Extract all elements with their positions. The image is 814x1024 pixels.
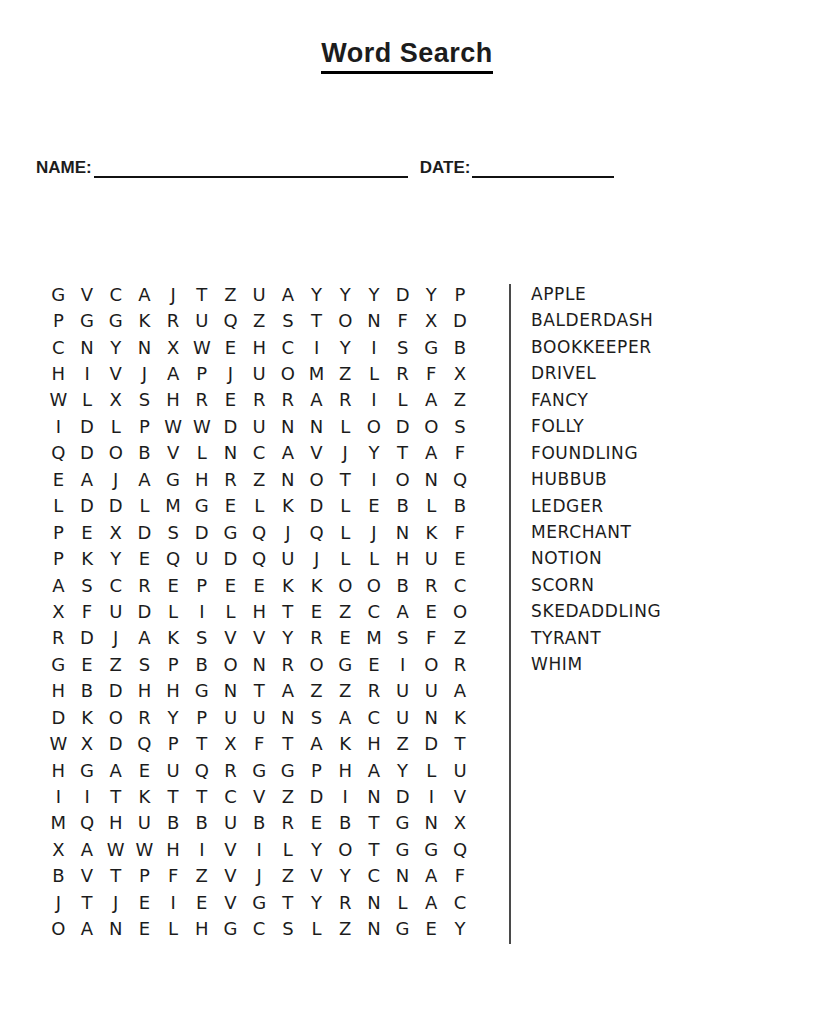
grid-cell: S (73, 572, 102, 598)
grid-cell: D (187, 519, 216, 545)
grid-cell: J (101, 466, 130, 492)
grid-cell: R (274, 387, 303, 413)
grid-cell: E (130, 889, 159, 915)
word-list-item: SKEDADDLING (531, 598, 661, 624)
grid-cell: E (216, 572, 245, 598)
grid-cell: X (101, 387, 130, 413)
grid-cell: Q (44, 440, 73, 466)
grid-cell: N (216, 440, 245, 466)
grid-cell: P (446, 281, 475, 307)
grid-cell: G (388, 810, 417, 836)
grid-cell: E (130, 545, 159, 571)
grid-cell: Z (245, 307, 274, 333)
grid-cell: O (360, 572, 389, 598)
grid-cell: R (130, 572, 159, 598)
grid-cell: V (159, 440, 188, 466)
grid-cell: C (101, 281, 130, 307)
grid-cell: C (216, 783, 245, 809)
grid-cell: T (245, 678, 274, 704)
grid-cell: G (216, 519, 245, 545)
grid-cell: L (187, 440, 216, 466)
grid-cell: Y (101, 334, 130, 360)
date-label: DATE: (420, 158, 471, 177)
grid-cell: V (101, 360, 130, 386)
grid-cell: A (73, 836, 102, 862)
grid-cell: L (159, 916, 188, 942)
grid-cell: N (245, 651, 274, 677)
grid-cell: P (187, 360, 216, 386)
grid-cell: S (159, 519, 188, 545)
grid-cell: E (159, 572, 188, 598)
grid-cell: K (417, 519, 446, 545)
grid-cell: E (446, 545, 475, 571)
grid-cell: L (331, 545, 360, 571)
grid-cell: A (331, 704, 360, 730)
grid-cell: O (417, 413, 446, 439)
grid-cell: Q (159, 545, 188, 571)
grid-cell: V (245, 625, 274, 651)
grid-cell: O (101, 440, 130, 466)
grid-cell: H (159, 678, 188, 704)
grid-cell: E (302, 810, 331, 836)
grid-cell: E (245, 572, 274, 598)
grid-cell: E (302, 598, 331, 624)
grid-cell: K (274, 493, 303, 519)
grid-cell: T (187, 281, 216, 307)
grid-cell: G (274, 757, 303, 783)
grid-cell: F (159, 863, 188, 889)
grid-cell: D (101, 730, 130, 756)
grid-cell: B (388, 493, 417, 519)
grid-cell: O (388, 466, 417, 492)
grid-cell: G (331, 651, 360, 677)
grid-cell: T (446, 730, 475, 756)
grid-cell: L (331, 413, 360, 439)
grid-cell: Z (274, 863, 303, 889)
grid-cell: H (245, 598, 274, 624)
grid-cell: Q (187, 757, 216, 783)
grid-cell: T (360, 836, 389, 862)
grid-cell: Z (331, 360, 360, 386)
grid-cell: U (388, 704, 417, 730)
grid-cell: C (446, 889, 475, 915)
grid-cell: U (388, 678, 417, 704)
grid-cell: D (44, 704, 73, 730)
grid-cell: J (159, 281, 188, 307)
grid-cell: G (245, 889, 274, 915)
grid-cell: G (73, 757, 102, 783)
grid-cell: U (245, 704, 274, 730)
grid-cell: P (44, 545, 73, 571)
grid-cell: J (274, 519, 303, 545)
grid-cell: Y (302, 836, 331, 862)
grid-cell: R (331, 387, 360, 413)
grid-cell: Z (101, 651, 130, 677)
grid-cell: C (245, 916, 274, 942)
header: Word Search (0, 38, 814, 74)
grid-cell: L (388, 387, 417, 413)
grid-cell: D (446, 307, 475, 333)
word-list-item: MERCHANT (531, 519, 661, 545)
grid-cell: A (302, 730, 331, 756)
grid-cell: X (44, 836, 73, 862)
grid-cell: R (44, 625, 73, 651)
grid-cell: U (216, 810, 245, 836)
grid-cell: E (44, 466, 73, 492)
grid-cell: G (101, 307, 130, 333)
grid-cell: F (245, 730, 274, 756)
grid-cell: R (274, 810, 303, 836)
grid-cell: U (245, 413, 274, 439)
grid-cell: C (360, 704, 389, 730)
name-blank-line (94, 159, 408, 178)
grid-cell: J (44, 889, 73, 915)
grid-cell: O (331, 572, 360, 598)
grid-cell: O (302, 466, 331, 492)
grid-cell: Z (446, 625, 475, 651)
grid-cell: L (331, 493, 360, 519)
grid-cell: D (388, 783, 417, 809)
grid-cell: U (159, 757, 188, 783)
grid-cell: A (101, 757, 130, 783)
grid-cell: G (417, 836, 446, 862)
grid-cell: Z (331, 916, 360, 942)
grid-cell: B (245, 810, 274, 836)
grid-cell: Y (101, 545, 130, 571)
word-list-item: DRIVEL (531, 360, 661, 386)
grid-cell: V (216, 836, 245, 862)
grid-cell: P (130, 863, 159, 889)
grid-cell: L (388, 889, 417, 915)
grid-cell: N (360, 889, 389, 915)
grid-cell: D (388, 413, 417, 439)
grid-cell: C (274, 334, 303, 360)
page-title: Word Search (321, 38, 493, 74)
grid-cell: Y (302, 281, 331, 307)
grid-cell: E (130, 757, 159, 783)
grid-cell: I (159, 889, 188, 915)
grid-cell: D (216, 545, 245, 571)
grid-cell: E (216, 387, 245, 413)
grid-cell: X (417, 307, 446, 333)
grid-cell: N (360, 916, 389, 942)
grid-cell: G (187, 493, 216, 519)
grid-cell: N (130, 334, 159, 360)
grid-cell: P (44, 519, 73, 545)
grid-cell: Z (331, 678, 360, 704)
grid-cell: K (130, 783, 159, 809)
grid-cell: D (101, 678, 130, 704)
grid-cell: T (274, 598, 303, 624)
grid-cell: S (130, 651, 159, 677)
grid-cell: I (245, 836, 274, 862)
grid-cell: Q (216, 307, 245, 333)
grid-cell: A (417, 387, 446, 413)
grid-cell: H (44, 678, 73, 704)
grid-cell: L (73, 387, 102, 413)
grid-cell: I (417, 783, 446, 809)
grid-cell: H (101, 810, 130, 836)
word-list-item: LEDGER (531, 493, 661, 519)
grid-cell: Q (446, 466, 475, 492)
grid-cell: O (417, 651, 446, 677)
grid-cell: B (388, 572, 417, 598)
grid-cell: Y (331, 334, 360, 360)
grid-cell: A (130, 466, 159, 492)
grid-cell: E (417, 916, 446, 942)
grid-cell: D (73, 625, 102, 651)
word-list-item: BALDERDASH (531, 307, 661, 333)
grid-cell: F (388, 307, 417, 333)
grid-cell: Y (159, 704, 188, 730)
word-list-item: APPLE (531, 281, 661, 307)
grid-cell: Z (446, 387, 475, 413)
grid-cell: I (187, 598, 216, 624)
grid-cell: U (245, 360, 274, 386)
grid-cell: R (187, 387, 216, 413)
grid-cell: V (302, 440, 331, 466)
grid-cell: X (446, 360, 475, 386)
grid-cell: V (73, 281, 102, 307)
word-list: APPLEBALDERDASHBOOKKEEPERDRIVELFANCYFOLL… (531, 281, 661, 678)
grid-cell: H (44, 757, 73, 783)
grid-cell: V (73, 863, 102, 889)
grid-cell: P (130, 413, 159, 439)
grid-cell: O (44, 916, 73, 942)
grid-cell: T (274, 730, 303, 756)
grid-cell: A (44, 572, 73, 598)
grid-cell: H (360, 730, 389, 756)
grid-cell: O (302, 651, 331, 677)
grid-cell: I (331, 783, 360, 809)
grid-cell: O (274, 360, 303, 386)
grid-cell: E (216, 334, 245, 360)
divider-line (509, 284, 511, 944)
grid-cell: Y (331, 281, 360, 307)
grid-cell: Y (360, 440, 389, 466)
grid-cell: Q (245, 519, 274, 545)
grid-cell: Q (73, 810, 102, 836)
grid-cell: U (130, 810, 159, 836)
grid-cell: Z (388, 730, 417, 756)
grid-cell: V (302, 863, 331, 889)
grid-cell: B (130, 440, 159, 466)
grid-cell: U (274, 545, 303, 571)
grid-cell: R (216, 466, 245, 492)
grid-cell: D (302, 493, 331, 519)
grid-cell: X (159, 334, 188, 360)
worksheet-page: Word Search NAME:DATE: GVCAJTZUAYYYDYPPG… (0, 0, 814, 1024)
grid-cell: N (417, 810, 446, 836)
grid-cell: T (302, 307, 331, 333)
grid-cell: G (73, 307, 102, 333)
grid-cell: G (245, 757, 274, 783)
grid-cell: N (101, 916, 130, 942)
grid-cell: J (216, 360, 245, 386)
grid-cell: D (73, 440, 102, 466)
grid-cell: Z (245, 466, 274, 492)
grid-cell: P (187, 704, 216, 730)
grid-cell: T (73, 889, 102, 915)
grid-cell: A (274, 281, 303, 307)
grid-cell: Y (446, 916, 475, 942)
grid-cell: L (360, 360, 389, 386)
grid-cell: G (44, 281, 73, 307)
grid-cell: T (187, 783, 216, 809)
grid-cell: S (388, 625, 417, 651)
grid-cell: X (73, 730, 102, 756)
grid-cell: W (187, 413, 216, 439)
grid-cell: C (360, 598, 389, 624)
grid-cell: W (44, 730, 73, 756)
grid-cell: J (331, 440, 360, 466)
grid-cell: H (331, 757, 360, 783)
grid-cell: N (216, 678, 245, 704)
grid-cell: H (130, 678, 159, 704)
grid-cell: U (187, 307, 216, 333)
grid-cell: L (331, 519, 360, 545)
grid-cell: N (73, 334, 102, 360)
grid-cell: F (73, 598, 102, 624)
word-search-grid: GVCAJTZUAYYYDYPPGGKRUQZSTONFXDCNYNXWEHCI… (44, 281, 474, 942)
grid-cell: Z (187, 863, 216, 889)
grid-cell: D (216, 413, 245, 439)
grid-cell: E (130, 916, 159, 942)
name-label: NAME: (36, 158, 92, 177)
word-list-item: FOLLY (531, 413, 661, 439)
word-list-item: TYRANT (531, 625, 661, 651)
grid-cell: R (245, 387, 274, 413)
grid-cell: I (360, 387, 389, 413)
grid-cell: E (360, 493, 389, 519)
grid-cell: J (101, 625, 130, 651)
grid-cell: S (446, 413, 475, 439)
grid-cell: T (360, 810, 389, 836)
grid-cell: A (417, 863, 446, 889)
grid-cell: R (417, 572, 446, 598)
grid-cell: A (73, 466, 102, 492)
grid-cell: O (216, 651, 245, 677)
grid-cell: N (360, 307, 389, 333)
grid-cell: G (187, 678, 216, 704)
word-list-item: FOUNDLING (531, 440, 661, 466)
grid-cell: Y (360, 281, 389, 307)
grid-cell: E (417, 598, 446, 624)
grid-cell: N (274, 704, 303, 730)
grid-cell: G (216, 916, 245, 942)
grid-cell: K (73, 545, 102, 571)
grid-cell: D (417, 730, 446, 756)
grid-cell: B (331, 810, 360, 836)
grid-cell: L (417, 757, 446, 783)
grid-cell: L (417, 493, 446, 519)
grid-cell: X (216, 730, 245, 756)
grid-cell: U (187, 545, 216, 571)
grid-cell: I (187, 836, 216, 862)
grid-cell: N (274, 413, 303, 439)
grid-cell: L (245, 493, 274, 519)
grid-cell: K (159, 625, 188, 651)
grid-cell: P (44, 307, 73, 333)
grid-cell: F (446, 519, 475, 545)
grid-cell: N (417, 466, 446, 492)
grid-cell: V (446, 783, 475, 809)
grid-cell: K (331, 730, 360, 756)
grid-cell: R (388, 360, 417, 386)
grid-cell: D (130, 598, 159, 624)
grid-cell: U (245, 281, 274, 307)
grid-cell: J (245, 863, 274, 889)
grid-cell: N (274, 466, 303, 492)
grid-cell: J (130, 360, 159, 386)
grid-cell: O (446, 598, 475, 624)
grid-cell: L (302, 916, 331, 942)
grid-cell: C (446, 572, 475, 598)
name-date-row: NAME:DATE: (36, 158, 776, 178)
grid-cell: P (187, 572, 216, 598)
grid-cell: K (130, 307, 159, 333)
grid-cell: S (130, 387, 159, 413)
grid-cell: N (360, 783, 389, 809)
grid-cell: K (274, 572, 303, 598)
word-list-item: WHIM (531, 651, 661, 677)
grid-cell: J (360, 519, 389, 545)
grid-cell: T (331, 466, 360, 492)
grid-cell: R (446, 651, 475, 677)
grid-cell: R (274, 651, 303, 677)
grid-cell: R (130, 704, 159, 730)
grid-cell: I (73, 783, 102, 809)
grid-cell: B (73, 678, 102, 704)
grid-cell: D (101, 493, 130, 519)
grid-cell: D (73, 413, 102, 439)
grid-cell: G (44, 651, 73, 677)
grid-cell: M (360, 625, 389, 651)
word-list-item: BOOKKEEPER (531, 334, 661, 360)
grid-cell: H (159, 387, 188, 413)
grid-cell: S (274, 307, 303, 333)
grid-cell: X (101, 519, 130, 545)
grid-cell: R (331, 889, 360, 915)
grid-cell: E (73, 519, 102, 545)
grid-cell: R (302, 625, 331, 651)
grid-cell: D (130, 519, 159, 545)
grid-cell: K (302, 572, 331, 598)
grid-cell: A (159, 360, 188, 386)
grid-cell: H (187, 916, 216, 942)
grid-cell: O (331, 307, 360, 333)
grid-cell: X (44, 598, 73, 624)
grid-cell: M (302, 360, 331, 386)
grid-cell: E (360, 651, 389, 677)
grid-cell: Z (331, 598, 360, 624)
grid-cell: E (216, 493, 245, 519)
grid-cell: G (417, 334, 446, 360)
grid-cell: Y (417, 281, 446, 307)
grid-cell: Y (388, 757, 417, 783)
grid-cell: A (274, 678, 303, 704)
grid-cell: W (159, 413, 188, 439)
grid-cell: F (417, 625, 446, 651)
grid-cell: F (446, 863, 475, 889)
word-list-item: NOTION (531, 545, 661, 571)
grid-cell: Y (302, 889, 331, 915)
grid-cell: C (101, 572, 130, 598)
grid-cell: C (360, 863, 389, 889)
grid-cell: N (302, 413, 331, 439)
grid-cell: B (446, 334, 475, 360)
grid-cell: M (44, 810, 73, 836)
